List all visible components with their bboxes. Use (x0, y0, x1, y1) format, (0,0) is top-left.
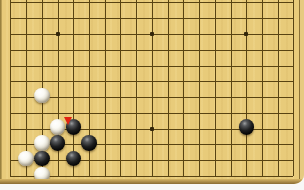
board-intersection[interactable] (144, 105, 160, 121)
board-intersection[interactable] (113, 121, 129, 137)
board-intersection[interactable] (97, 89, 113, 105)
board-intersection[interactable] (18, 121, 34, 137)
board-intersection[interactable] (144, 121, 160, 137)
board-intersection[interactable] (270, 26, 286, 42)
board-intersection[interactable] (223, 137, 239, 153)
board-intersection[interactable] (97, 58, 113, 74)
board-intersection[interactable] (160, 10, 176, 26)
board-intersection[interactable] (18, 0, 34, 10)
board-intersection[interactable] (81, 89, 97, 105)
board-intersection[interactable] (18, 10, 34, 26)
board-intersection[interactable] (128, 89, 144, 105)
board-intersection[interactable] (50, 137, 66, 153)
board-intersection[interactable] (50, 26, 66, 42)
board-intersection[interactable] (128, 73, 144, 89)
board-intersection[interactable] (3, 137, 19, 153)
board-intersection[interactable] (113, 26, 129, 42)
board-intersection[interactable] (65, 89, 81, 105)
board-intersection[interactable] (50, 42, 66, 58)
board-intersection[interactable] (18, 137, 34, 153)
board-intersection[interactable] (270, 73, 286, 89)
board-intersection[interactable] (97, 0, 113, 10)
board-intersection[interactable] (97, 10, 113, 26)
board-intersection[interactable] (223, 26, 239, 42)
board-intersection[interactable] (238, 26, 254, 42)
board-intersection[interactable] (113, 58, 129, 74)
board-intersection[interactable] (18, 105, 34, 121)
board-intersection[interactable] (50, 89, 66, 105)
board-intersection[interactable] (191, 73, 207, 89)
board-intersection[interactable] (34, 137, 50, 153)
board-intersection[interactable] (176, 121, 192, 137)
board-intersection[interactable] (81, 73, 97, 89)
board-intersection[interactable] (191, 121, 207, 137)
board-intersection[interactable] (207, 73, 223, 89)
board-intersection[interactable] (207, 152, 223, 168)
board-intersection[interactable] (191, 137, 207, 153)
board-intersection[interactable] (144, 0, 160, 10)
board-intersection[interactable] (3, 26, 19, 42)
board-intersection[interactable] (144, 137, 160, 153)
board-intersection[interactable] (50, 105, 66, 121)
board-intersection[interactable] (191, 152, 207, 168)
board-intersection[interactable] (65, 73, 81, 89)
board-intersection[interactable] (50, 0, 66, 10)
board-intersection[interactable] (18, 152, 34, 168)
board-intersection[interactable] (270, 58, 286, 74)
board-intersection[interactable] (128, 26, 144, 42)
board-intersection[interactable] (128, 121, 144, 137)
board-intersection[interactable] (270, 10, 286, 26)
board-intersection[interactable] (207, 26, 223, 42)
board-intersection[interactable] (254, 58, 270, 74)
board-intersection[interactable] (254, 137, 270, 153)
board-intersection[interactable] (160, 26, 176, 42)
board-intersection[interactable] (50, 73, 66, 89)
board-intersection[interactable] (113, 0, 129, 10)
board-intersection[interactable] (176, 105, 192, 121)
board-intersection[interactable] (270, 0, 286, 10)
board-intersection[interactable] (65, 10, 81, 26)
board-intersection[interactable] (160, 89, 176, 105)
board-intersection[interactable] (191, 42, 207, 58)
board-intersection[interactable] (81, 10, 97, 26)
board-intersection[interactable] (3, 105, 19, 121)
board-intersection[interactable] (223, 42, 239, 58)
board-intersection[interactable] (65, 121, 81, 137)
board-intersection[interactable] (34, 58, 50, 74)
board-intersection[interactable] (34, 0, 50, 10)
board-intersection[interactable] (81, 152, 97, 168)
board-intersection[interactable] (34, 105, 50, 121)
board-intersection[interactable] (144, 26, 160, 42)
board-intersection[interactable] (97, 73, 113, 89)
board-intersection[interactable] (144, 89, 160, 105)
board-intersection[interactable] (34, 89, 50, 105)
board-intersection[interactable] (34, 10, 50, 26)
board-intersection[interactable] (81, 42, 97, 58)
board-intersection[interactable] (254, 73, 270, 89)
board-intersection[interactable] (65, 137, 81, 153)
board-intersection[interactable] (3, 89, 19, 105)
board-intersection[interactable] (176, 10, 192, 26)
board-intersection[interactable] (160, 152, 176, 168)
board-intersection[interactable] (50, 121, 66, 137)
go-board-view (0, 0, 304, 190)
board-intersection[interactable] (207, 121, 223, 137)
board-intersection[interactable] (176, 152, 192, 168)
board-intersection[interactable] (3, 73, 19, 89)
board-intersection[interactable] (191, 89, 207, 105)
board-intersection[interactable] (238, 137, 254, 153)
board-intersection[interactable] (34, 73, 50, 89)
board-intersection[interactable] (207, 89, 223, 105)
board-intersection[interactable] (97, 152, 113, 168)
board-intersection[interactable] (176, 73, 192, 89)
board-intersection[interactable] (18, 73, 34, 89)
board-intersection[interactable] (270, 137, 286, 153)
board-intersection[interactable] (207, 10, 223, 26)
board-intersection[interactable] (18, 42, 34, 58)
board-intersection[interactable] (18, 89, 34, 105)
board-intersection[interactable] (176, 137, 192, 153)
goban-grid (3, 0, 302, 184)
board-intersection[interactable] (191, 0, 207, 10)
board-intersection[interactable] (176, 58, 192, 74)
board-intersection[interactable] (270, 105, 286, 121)
board-intersection[interactable] (18, 26, 34, 42)
board-intersection[interactable] (223, 105, 239, 121)
board-intersection[interactable] (50, 10, 66, 26)
board-intersection[interactable] (65, 0, 81, 10)
go-board (0, 0, 304, 184)
board-intersection[interactable] (207, 42, 223, 58)
board-intersection[interactable] (238, 10, 254, 26)
board-intersection[interactable] (128, 42, 144, 58)
board-intersection[interactable] (144, 152, 160, 168)
board-intersection[interactable] (81, 105, 97, 121)
board-intersection[interactable] (254, 89, 270, 105)
board-intersection[interactable] (3, 10, 19, 26)
board-intersection[interactable] (223, 58, 239, 74)
board-intersection[interactable] (3, 0, 19, 10)
board-intersection[interactable] (81, 0, 97, 10)
board-intersection[interactable] (160, 58, 176, 74)
board-intersection[interactable] (3, 152, 19, 168)
board-intersection[interactable] (34, 42, 50, 58)
board-intersection[interactable] (254, 10, 270, 26)
board-intersection[interactable] (113, 89, 129, 105)
board-intersection[interactable] (97, 137, 113, 153)
board-intersection[interactable] (176, 0, 192, 10)
board-intersection[interactable] (176, 26, 192, 42)
board-intersection[interactable] (238, 89, 254, 105)
board-intersection[interactable] (223, 10, 239, 26)
board-intersection[interactable] (207, 105, 223, 121)
board-intersection[interactable] (238, 0, 254, 10)
board-intersection[interactable] (144, 73, 160, 89)
board-intersection[interactable] (113, 10, 129, 26)
board-intersection[interactable] (50, 152, 66, 168)
board-intersection[interactable] (238, 58, 254, 74)
board-intersection[interactable] (160, 73, 176, 89)
board-intersection[interactable] (254, 121, 270, 137)
board-intersection[interactable] (97, 105, 113, 121)
board-edge-left (0, 0, 2, 184)
board-intersection[interactable] (18, 58, 34, 74)
board-intersection[interactable] (223, 121, 239, 137)
board-intersection[interactable] (191, 58, 207, 74)
board-intersection[interactable] (144, 42, 160, 58)
board-intersection[interactable] (97, 42, 113, 58)
board-intersection[interactable] (97, 121, 113, 137)
board-intersection[interactable] (207, 0, 223, 10)
board-intersection[interactable] (65, 42, 81, 58)
board-intersection[interactable] (81, 137, 97, 153)
board-intersection[interactable] (207, 137, 223, 153)
board-intersection[interactable] (113, 152, 129, 168)
board-intersection[interactable] (3, 121, 19, 137)
board-intersection[interactable] (176, 89, 192, 105)
board-intersection[interactable] (270, 89, 286, 105)
board-intersection[interactable] (176, 42, 192, 58)
board-edge-right (299, 0, 304, 184)
board-intersection[interactable] (254, 105, 270, 121)
board-intersection[interactable] (34, 152, 50, 168)
board-intersection[interactable] (223, 89, 239, 105)
board-intersection[interactable] (223, 0, 239, 10)
board-intersection[interactable] (81, 58, 97, 74)
board-intersection[interactable] (160, 137, 176, 153)
board-intersection[interactable] (160, 42, 176, 58)
board-intersection[interactable] (270, 42, 286, 58)
board-intersection[interactable] (191, 105, 207, 121)
board-intersection[interactable] (128, 58, 144, 74)
board-intersection[interactable] (144, 58, 160, 74)
board-intersection[interactable] (113, 73, 129, 89)
board-intersection[interactable] (270, 152, 286, 168)
board-intersection[interactable] (238, 73, 254, 89)
board-intersection[interactable] (50, 58, 66, 74)
board-intersection[interactable] (34, 26, 50, 42)
board-intersection[interactable] (160, 0, 176, 10)
board-intersection[interactable] (65, 26, 81, 42)
board-intersection[interactable] (81, 26, 97, 42)
board-intersection[interactable] (65, 105, 81, 121)
board-intersection[interactable] (223, 152, 239, 168)
board-intersection[interactable] (81, 121, 97, 137)
board-intersection[interactable] (128, 137, 144, 153)
board-intersection[interactable] (65, 58, 81, 74)
board-intersection[interactable] (270, 121, 286, 137)
board-intersection[interactable] (238, 121, 254, 137)
board-intersection[interactable] (254, 26, 270, 42)
board-intersection[interactable] (97, 26, 113, 42)
board-intersection[interactable] (207, 58, 223, 74)
background-strip (0, 184, 304, 190)
board-intersection[interactable] (65, 152, 81, 168)
board-intersection[interactable] (3, 42, 19, 58)
board-intersection[interactable] (191, 10, 207, 26)
board-intersection[interactable] (3, 58, 19, 74)
board-intersection[interactable] (128, 105, 144, 121)
board-intersection[interactable] (128, 10, 144, 26)
board-intersection[interactable] (160, 105, 176, 121)
board-intersection[interactable] (254, 152, 270, 168)
board-intersection[interactable] (128, 152, 144, 168)
board-intersection[interactable] (223, 73, 239, 89)
board-intersection[interactable] (254, 0, 270, 10)
board-intersection[interactable] (34, 121, 50, 137)
board-intersection[interactable] (128, 0, 144, 10)
board-intersection[interactable] (113, 105, 129, 121)
board-intersection[interactable] (254, 42, 270, 58)
board-intersection[interactable] (113, 42, 129, 58)
board-intersection[interactable] (238, 105, 254, 121)
board-intersection[interactable] (191, 26, 207, 42)
board-intersection[interactable] (144, 10, 160, 26)
board-intersection[interactable] (113, 137, 129, 153)
board-intersection[interactable] (238, 42, 254, 58)
board-intersection[interactable] (238, 152, 254, 168)
board-intersection[interactable] (160, 121, 176, 137)
